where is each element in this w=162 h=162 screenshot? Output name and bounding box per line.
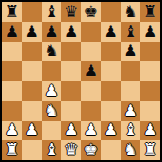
square-e4[interactable] [81, 81, 101, 101]
square-h4[interactable] [140, 81, 160, 101]
square-a8[interactable]: ♜ [2, 2, 22, 22]
square-d4[interactable] [61, 81, 81, 101]
square-f5[interactable] [101, 61, 121, 81]
white-king-e1: ♚ [84, 142, 98, 158]
white-knight-g1: ♞ [123, 142, 137, 158]
black-bishop-c8: ♝ [44, 4, 58, 20]
square-f2[interactable]: ♟ [101, 121, 121, 141]
chess-board: ♜♝♛♚♞♜♟♟♟♟♟♝♟♞♟♟♟♞♟♟♟♟♟♟♝♟♜♝♛♚♞♜ [2, 2, 160, 160]
square-e2[interactable]: ♟ [81, 121, 101, 141]
black-pawn-g6: ♟ [123, 43, 137, 59]
black-bishop-g7: ♝ [123, 24, 137, 40]
square-f3[interactable] [101, 101, 121, 121]
white-queen-d1: ♛ [64, 142, 78, 158]
black-pawn-f7: ♟ [103, 24, 117, 40]
square-c3[interactable]: ♞ [42, 101, 62, 121]
black-rook-a8: ♜ [5, 4, 19, 20]
square-f8[interactable] [101, 2, 121, 22]
square-d6[interactable] [61, 42, 81, 62]
black-pawn-c7: ♟ [44, 24, 58, 40]
square-a7[interactable]: ♟ [2, 22, 22, 42]
black-rook-h8: ♜ [143, 4, 157, 20]
black-pawn-a7: ♟ [5, 24, 19, 40]
square-h5[interactable] [140, 61, 160, 81]
square-c5[interactable] [42, 61, 62, 81]
white-pawn-c4: ♟ [44, 83, 58, 99]
square-b6[interactable] [22, 42, 42, 62]
square-g1[interactable]: ♞ [121, 140, 141, 160]
square-g5[interactable] [121, 61, 141, 81]
square-a6[interactable] [2, 42, 22, 62]
white-pawn-h2: ♟ [143, 122, 157, 138]
white-pawn-d2: ♟ [64, 122, 78, 138]
square-e5[interactable]: ♟ [81, 61, 101, 81]
square-c1[interactable]: ♝ [42, 140, 62, 160]
white-knight-c3: ♞ [44, 103, 58, 119]
square-a1[interactable]: ♜ [2, 140, 22, 160]
square-f1[interactable] [101, 140, 121, 160]
square-f6[interactable] [101, 42, 121, 62]
square-g7[interactable]: ♝ [121, 22, 141, 42]
black-knight-g8: ♞ [123, 4, 137, 20]
square-e8[interactable]: ♚ [81, 2, 101, 22]
square-a5[interactable] [2, 61, 22, 81]
white-bishop-g2: ♝ [123, 122, 137, 138]
white-pawn-g3: ♟ [123, 103, 137, 119]
square-a3[interactable] [2, 101, 22, 121]
square-b7[interactable]: ♟ [22, 22, 42, 42]
square-c6[interactable]: ♞ [42, 42, 62, 62]
black-king-e8: ♚ [84, 4, 98, 20]
square-c7[interactable]: ♟ [42, 22, 62, 42]
white-pawn-b2: ♟ [24, 122, 38, 138]
square-c8[interactable]: ♝ [42, 2, 62, 22]
square-a4[interactable] [2, 81, 22, 101]
square-g8[interactable]: ♞ [121, 2, 141, 22]
square-a2[interactable]: ♟ [2, 121, 22, 141]
board-frame: ♜♝♛♚♞♜♟♟♟♟♟♝♟♞♟♟♟♞♟♟♟♟♟♟♝♟♜♝♛♚♞♜ [0, 0, 162, 162]
black-knight-c6: ♞ [44, 43, 58, 59]
square-d5[interactable] [61, 61, 81, 81]
black-pawn-e5: ♟ [84, 63, 98, 79]
square-h3[interactable] [140, 101, 160, 121]
square-b8[interactable] [22, 2, 42, 22]
square-h7[interactable]: ♟ [140, 22, 160, 42]
square-g6[interactable]: ♟ [121, 42, 141, 62]
square-b1[interactable] [22, 140, 42, 160]
square-d3[interactable] [61, 101, 81, 121]
square-e6[interactable] [81, 42, 101, 62]
square-e3[interactable] [81, 101, 101, 121]
square-d7[interactable]: ♟ [61, 22, 81, 42]
white-rook-h1: ♜ [143, 142, 157, 158]
square-g3[interactable]: ♟ [121, 101, 141, 121]
square-h2[interactable]: ♟ [140, 121, 160, 141]
white-rook-a1: ♜ [5, 142, 19, 158]
square-e7[interactable] [81, 22, 101, 42]
square-h6[interactable] [140, 42, 160, 62]
square-h8[interactable]: ♜ [140, 2, 160, 22]
square-c2[interactable] [42, 121, 62, 141]
square-e1[interactable]: ♚ [81, 140, 101, 160]
white-pawn-e2: ♟ [84, 122, 98, 138]
black-pawn-d7: ♟ [64, 24, 78, 40]
white-pawn-f2: ♟ [103, 122, 117, 138]
square-b2[interactable]: ♟ [22, 121, 42, 141]
square-g4[interactable] [121, 81, 141, 101]
square-f7[interactable]: ♟ [101, 22, 121, 42]
white-pawn-a2: ♟ [5, 122, 19, 138]
square-b5[interactable] [22, 61, 42, 81]
square-f4[interactable] [101, 81, 121, 101]
black-pawn-b7: ♟ [24, 24, 38, 40]
white-bishop-c1: ♝ [44, 142, 58, 158]
square-c4[interactable]: ♟ [42, 81, 62, 101]
square-d2[interactable]: ♟ [61, 121, 81, 141]
square-b4[interactable] [22, 81, 42, 101]
square-d8[interactable]: ♛ [61, 2, 81, 22]
black-queen-d8: ♛ [64, 4, 78, 20]
black-pawn-h7: ♟ [143, 24, 157, 40]
square-g2[interactable]: ♝ [121, 121, 141, 141]
square-d1[interactable]: ♛ [61, 140, 81, 160]
square-h1[interactable]: ♜ [140, 140, 160, 160]
square-b3[interactable] [22, 101, 42, 121]
